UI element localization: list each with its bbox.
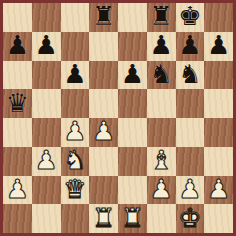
- square-f5[interactable]: [147, 89, 176, 118]
- square-b3[interactable]: ♟: [32, 147, 61, 176]
- square-a5[interactable]: ♛: [3, 89, 32, 118]
- piece-white-rook: ♜: [121, 205, 144, 231]
- piece-white-queen: ♛: [63, 176, 86, 202]
- square-c7[interactable]: [61, 32, 90, 61]
- square-b5[interactable]: [32, 89, 61, 118]
- piece-black-knight: ♞: [149, 61, 172, 87]
- piece-black-pawn: ♟: [207, 32, 230, 58]
- square-h8[interactable]: [204, 3, 233, 32]
- piece-black-rook: ♜: [92, 3, 115, 29]
- square-g4[interactable]: [176, 118, 205, 147]
- square-a2[interactable]: ♟: [3, 176, 32, 205]
- piece-black-rook: ♜: [149, 3, 172, 29]
- square-c1[interactable]: [61, 204, 90, 233]
- square-e3[interactable]: [118, 147, 147, 176]
- piece-white-pawn: ♟: [149, 176, 172, 202]
- square-b8[interactable]: [32, 3, 61, 32]
- piece-black-pawn: ♟: [178, 32, 201, 58]
- piece-white-knight: ♞: [63, 147, 86, 173]
- square-f7[interactable]: ♟: [147, 32, 176, 61]
- square-d6[interactable]: [89, 61, 118, 90]
- square-b6[interactable]: [32, 61, 61, 90]
- square-g2[interactable]: ♟: [176, 176, 205, 205]
- square-f1[interactable]: [147, 204, 176, 233]
- piece-black-king: ♚: [178, 3, 201, 29]
- square-e1[interactable]: ♜: [118, 204, 147, 233]
- square-f2[interactable]: ♟: [147, 176, 176, 205]
- square-d1[interactable]: ♜: [89, 204, 118, 233]
- square-a7[interactable]: ♟: [3, 32, 32, 61]
- square-c2[interactable]: ♛: [61, 176, 90, 205]
- square-h1[interactable]: [204, 204, 233, 233]
- square-e6[interactable]: ♟: [118, 61, 147, 90]
- piece-black-pawn: ♟: [149, 32, 172, 58]
- square-a3[interactable]: [3, 147, 32, 176]
- square-g7[interactable]: ♟: [176, 32, 205, 61]
- square-c6[interactable]: ♟: [61, 61, 90, 90]
- square-c3[interactable]: ♞: [61, 147, 90, 176]
- square-g1[interactable]: ♚: [176, 204, 205, 233]
- board-frame: ♜♜♚♟♟♟♟♟♟♟♞♞♛♟♟♟♞♝♟♛♟♟♟♜♜♚: [0, 0, 236, 236]
- square-e7[interactable]: [118, 32, 147, 61]
- piece-white-pawn: ♟: [34, 147, 57, 173]
- square-f6[interactable]: ♞: [147, 61, 176, 90]
- square-g5[interactable]: [176, 89, 205, 118]
- square-g3[interactable]: [176, 147, 205, 176]
- square-g8[interactable]: ♚: [176, 3, 205, 32]
- square-b4[interactable]: [32, 118, 61, 147]
- piece-black-pawn: ♟: [63, 61, 86, 87]
- piece-black-pawn: ♟: [121, 61, 144, 87]
- piece-white-king: ♚: [178, 205, 201, 231]
- square-a8[interactable]: [3, 3, 32, 32]
- square-h3[interactable]: [204, 147, 233, 176]
- piece-white-bishop: ♝: [149, 147, 172, 173]
- square-f4[interactable]: [147, 118, 176, 147]
- square-a1[interactable]: [3, 204, 32, 233]
- square-d7[interactable]: [89, 32, 118, 61]
- square-d2[interactable]: [89, 176, 118, 205]
- square-h4[interactable]: [204, 118, 233, 147]
- piece-black-pawn: ♟: [34, 32, 57, 58]
- piece-white-pawn: ♟: [63, 118, 86, 144]
- piece-black-queen: ♛: [6, 90, 29, 116]
- square-b2[interactable]: [32, 176, 61, 205]
- square-f8[interactable]: ♜: [147, 3, 176, 32]
- square-h7[interactable]: ♟: [204, 32, 233, 61]
- square-e8[interactable]: [118, 3, 147, 32]
- square-h6[interactable]: [204, 61, 233, 90]
- square-e2[interactable]: [118, 176, 147, 205]
- square-d5[interactable]: [89, 89, 118, 118]
- square-d8[interactable]: ♜: [89, 3, 118, 32]
- piece-black-knight: ♞: [178, 61, 201, 87]
- square-d3[interactable]: [89, 147, 118, 176]
- square-b1[interactable]: [32, 204, 61, 233]
- piece-white-rook: ♜: [92, 205, 115, 231]
- piece-white-pawn: ♟: [178, 176, 201, 202]
- square-h5[interactable]: [204, 89, 233, 118]
- square-c8[interactable]: [61, 3, 90, 32]
- square-e4[interactable]: [118, 118, 147, 147]
- square-b7[interactable]: ♟: [32, 32, 61, 61]
- piece-black-pawn: ♟: [6, 32, 29, 58]
- square-a4[interactable]: [3, 118, 32, 147]
- square-g6[interactable]: ♞: [176, 61, 205, 90]
- square-c5[interactable]: [61, 89, 90, 118]
- square-c4[interactable]: ♟: [61, 118, 90, 147]
- square-a6[interactable]: [3, 61, 32, 90]
- square-h2[interactable]: ♟: [204, 176, 233, 205]
- piece-white-pawn: ♟: [6, 176, 29, 202]
- chess-board: ♜♜♚♟♟♟♟♟♟♟♞♞♛♟♟♟♞♝♟♛♟♟♟♜♜♚: [3, 3, 233, 233]
- square-d4[interactable]: ♟: [89, 118, 118, 147]
- square-e5[interactable]: [118, 89, 147, 118]
- piece-white-pawn: ♟: [92, 118, 115, 144]
- piece-white-pawn: ♟: [207, 176, 230, 202]
- square-f3[interactable]: ♝: [147, 147, 176, 176]
